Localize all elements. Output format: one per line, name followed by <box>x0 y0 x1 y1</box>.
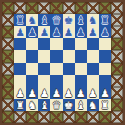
square-h8[interactable]: ♜ <box>99 14 111 26</box>
square-e2[interactable]: ♟ <box>63 87 75 99</box>
square-f4[interactable] <box>75 63 87 75</box>
square-f6[interactable] <box>75 38 87 50</box>
piece-white-bishop[interactable]: ♝ <box>75 99 87 111</box>
square-a6[interactable] <box>14 38 26 50</box>
square-g5[interactable] <box>87 50 99 62</box>
border-x-square <box>111 63 123 75</box>
piece-white-rook[interactable]: ♜ <box>99 99 111 111</box>
square-d7[interactable]: ♟ <box>50 26 62 38</box>
square-b4[interactable] <box>26 63 38 75</box>
square-h3[interactable] <box>99 75 111 87</box>
square-b2[interactable]: ♟ <box>26 87 38 99</box>
piece-black-bishop[interactable]: ♝ <box>38 14 50 26</box>
square-e1[interactable]: ♚ <box>63 99 75 111</box>
piece-white-pawn[interactable]: ♟ <box>50 87 62 99</box>
square-e8[interactable]: ♚ <box>63 14 75 26</box>
piece-black-pawn[interactable]: ♟ <box>50 26 62 38</box>
border-x-square <box>111 75 123 87</box>
piece-white-pawn[interactable]: ♟ <box>63 87 75 99</box>
piece-black-pawn[interactable]: ♟ <box>26 26 38 38</box>
piece-white-pawn[interactable]: ♟ <box>14 87 26 99</box>
border-x-square <box>38 2 50 14</box>
piece-black-king[interactable]: ♚ <box>63 14 75 26</box>
border-x-square <box>99 2 111 14</box>
piece-black-queen[interactable]: ♛ <box>50 14 62 26</box>
border-x-square <box>111 111 123 123</box>
border-x-square <box>75 111 87 123</box>
square-h5[interactable] <box>99 50 111 62</box>
square-e6[interactable] <box>63 38 75 50</box>
square-d2[interactable]: ♟ <box>50 87 62 99</box>
square-a1[interactable]: ♜ <box>14 99 26 111</box>
square-c8[interactable]: ♝ <box>38 14 50 26</box>
piece-black-pawn[interactable]: ♟ <box>38 26 50 38</box>
piece-white-bishop[interactable]: ♝ <box>38 99 50 111</box>
piece-black-knight[interactable]: ♞ <box>87 14 99 26</box>
square-e7[interactable]: ♟ <box>63 26 75 38</box>
border-x-square <box>2 75 14 87</box>
square-d1[interactable]: ♛ <box>50 99 62 111</box>
border-x-square <box>50 2 62 14</box>
border-x-square <box>14 111 26 123</box>
border-x-square <box>111 87 123 99</box>
border-x-square <box>2 111 14 123</box>
square-h7[interactable]: ♟ <box>99 26 111 38</box>
square-b5[interactable] <box>26 50 38 62</box>
square-g3[interactable] <box>87 75 99 87</box>
border-x-square <box>2 14 14 26</box>
border-x-square <box>87 2 99 14</box>
piece-white-pawn[interactable]: ♟ <box>99 87 111 99</box>
square-f3[interactable] <box>75 75 87 87</box>
square-e5[interactable] <box>63 50 75 62</box>
square-g6[interactable] <box>87 38 99 50</box>
square-h4[interactable] <box>99 63 111 75</box>
border-x-square <box>26 2 38 14</box>
square-c6[interactable] <box>38 38 50 50</box>
border-x-square <box>2 26 14 38</box>
border-x-square <box>38 111 50 123</box>
border-x-square <box>111 38 123 50</box>
square-b6[interactable] <box>26 38 38 50</box>
square-d8[interactable]: ♛ <box>50 14 62 26</box>
square-e4[interactable] <box>63 63 75 75</box>
square-h2[interactable]: ♟ <box>99 87 111 99</box>
square-d6[interactable] <box>50 38 62 50</box>
border-x-square <box>14 2 26 14</box>
square-c2[interactable]: ♟ <box>38 87 50 99</box>
piece-black-pawn[interactable]: ♟ <box>14 26 26 38</box>
piece-white-pawn[interactable]: ♟ <box>26 87 38 99</box>
square-e3[interactable] <box>63 75 75 87</box>
square-b1[interactable]: ♞ <box>26 99 38 111</box>
square-a5[interactable] <box>14 50 26 62</box>
square-c4[interactable] <box>38 63 50 75</box>
square-d4[interactable] <box>50 63 62 75</box>
square-b8[interactable]: ♞ <box>26 14 38 26</box>
border-x-square <box>2 38 14 50</box>
piece-white-pawn[interactable]: ♟ <box>75 87 87 99</box>
square-a2[interactable]: ♟ <box>14 87 26 99</box>
piece-black-bishop[interactable]: ♝ <box>75 14 87 26</box>
piece-black-pawn[interactable]: ♟ <box>87 26 99 38</box>
border-x-square <box>2 2 14 14</box>
border-x-square <box>111 14 123 26</box>
border-x-square <box>99 111 111 123</box>
piece-black-rook[interactable]: ♜ <box>99 14 111 26</box>
border-x-square <box>2 87 14 99</box>
square-g8[interactable]: ♞ <box>87 14 99 26</box>
square-g4[interactable] <box>87 63 99 75</box>
applet-frame: ♜♞♝♛♚♝♞♜♟♟♟♟♟♟♟♟♟♟♟♟♟♟♟♟♜♞♝♛♚♝♞♜ <box>0 0 125 125</box>
piece-white-king[interactable]: ♚ <box>63 99 75 111</box>
chess-board: ♜♞♝♛♚♝♞♜♟♟♟♟♟♟♟♟♟♟♟♟♟♟♟♟♜♞♝♛♚♝♞♜ <box>2 2 123 123</box>
piece-black-pawn[interactable]: ♟ <box>63 26 75 38</box>
border-x-square <box>2 63 14 75</box>
square-a3[interactable] <box>14 75 26 87</box>
border-x-square <box>111 99 123 111</box>
square-h1[interactable]: ♜ <box>99 99 111 111</box>
piece-white-pawn[interactable]: ♟ <box>87 87 99 99</box>
border-x-square <box>26 111 38 123</box>
square-f8[interactable]: ♝ <box>75 14 87 26</box>
border-x-square <box>111 50 123 62</box>
square-c1[interactable]: ♝ <box>38 99 50 111</box>
border-x-square <box>75 2 87 14</box>
piece-black-pawn[interactable]: ♟ <box>99 26 111 38</box>
piece-white-queen[interactable]: ♛ <box>50 99 62 111</box>
square-g7[interactable]: ♟ <box>87 26 99 38</box>
border-x-square <box>111 26 123 38</box>
border-x-square <box>63 111 75 123</box>
piece-white-pawn[interactable]: ♟ <box>38 87 50 99</box>
square-g2[interactable]: ♟ <box>87 87 99 99</box>
square-b3[interactable] <box>26 75 38 87</box>
square-f7[interactable]: ♟ <box>75 26 87 38</box>
square-a7[interactable]: ♟ <box>14 26 26 38</box>
piece-black-pawn[interactable]: ♟ <box>75 26 87 38</box>
square-d5[interactable] <box>50 50 62 62</box>
piece-black-knight[interactable]: ♞ <box>26 14 38 26</box>
border-x-square <box>2 99 14 111</box>
square-g1[interactable]: ♞ <box>87 99 99 111</box>
piece-white-knight[interactable]: ♞ <box>87 99 99 111</box>
square-h6[interactable] <box>99 38 111 50</box>
square-c3[interactable] <box>38 75 50 87</box>
piece-black-rook[interactable]: ♜ <box>14 14 26 26</box>
border-x-square <box>87 111 99 123</box>
square-b7[interactable]: ♟ <box>26 26 38 38</box>
square-a4[interactable] <box>14 63 26 75</box>
border-x-square <box>50 111 62 123</box>
square-f2[interactable]: ♟ <box>75 87 87 99</box>
square-f1[interactable]: ♝ <box>75 99 87 111</box>
square-f5[interactable] <box>75 50 87 62</box>
piece-white-rook[interactable]: ♜ <box>14 99 26 111</box>
square-c5[interactable] <box>38 50 50 62</box>
piece-white-knight[interactable]: ♞ <box>26 99 38 111</box>
border-x-square <box>2 50 14 62</box>
square-c7[interactable]: ♟ <box>38 26 50 38</box>
square-d3[interactable] <box>50 75 62 87</box>
border-x-square <box>111 2 123 14</box>
square-a8[interactable]: ♜ <box>14 14 26 26</box>
border-x-square <box>63 2 75 14</box>
